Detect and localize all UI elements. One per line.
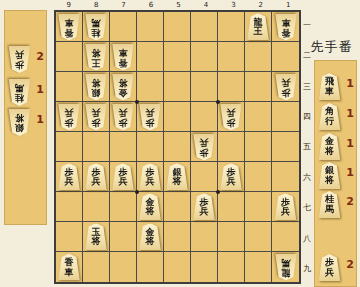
piece-face: 角行: [318, 103, 341, 130]
square-4四[interactable]: [191, 102, 218, 132]
shogi-board: 香車桂馬龍王香車王将香車銀将金将歩兵歩兵歩兵歩兵歩兵歩兵歩兵歩兵歩兵歩兵歩兵銀将…: [54, 10, 301, 284]
square-3四[interactable]: 歩兵: [218, 102, 245, 132]
rank-label-八: 八: [301, 223, 313, 253]
piece-sente-銀将[interactable]: 銀将: [166, 163, 189, 190]
sente-captured-pieces-stand: 飛車1角行1金将1銀将1桂馬2歩兵2: [314, 60, 357, 287]
square-5六[interactable]: 銀将: [164, 162, 191, 192]
rank-label-三: 三: [301, 71, 313, 101]
square-7四[interactable]: 歩兵: [110, 102, 137, 132]
piece-gote-香車[interactable]: 香車: [274, 13, 297, 40]
piece-face: 銀将: [85, 73, 108, 100]
shogi-app-window: 歩兵2桂馬1銀将1 先手番 飛車1角行1金将1銀将1桂馬2歩兵2 9876543…: [0, 0, 360, 287]
piece-sente-銀将[interactable]: 銀将: [318, 162, 341, 189]
hand-count: 1: [36, 84, 44, 95]
piece-sente-歩兵[interactable]: 歩兵: [274, 193, 297, 220]
square-3六[interactable]: 歩兵: [218, 162, 245, 192]
piece-gote-金将[interactable]: 金将: [112, 73, 135, 100]
square-6四[interactable]: 歩兵: [137, 102, 164, 132]
square-6六[interactable]: 歩兵: [137, 162, 164, 192]
board-star-point: [216, 190, 220, 194]
piece-gote-桂馬[interactable]: 桂馬: [8, 79, 31, 106]
file-label-1: 1: [275, 0, 302, 10]
square-5四[interactable]: [164, 102, 191, 132]
piece-face: 香車: [58, 254, 81, 281]
piece-gote-桂馬[interactable]: 桂馬: [85, 13, 108, 40]
square-6一[interactable]: [137, 12, 164, 42]
piece-face: 香車: [274, 13, 297, 40]
square-5五[interactable]: [164, 132, 191, 162]
square-9九[interactable]: 香車: [56, 252, 83, 282]
piece-sente-香車[interactable]: 香車: [58, 254, 81, 281]
square-6九[interactable]: [137, 252, 164, 282]
square-2七[interactable]: [245, 192, 272, 222]
square-3二[interactable]: [218, 42, 245, 72]
piece-face: 歩兵: [139, 163, 162, 190]
piece-gote-歩兵[interactable]: 歩兵: [8, 46, 31, 73]
piece-face: 歩兵: [193, 193, 216, 220]
square-1四[interactable]: [272, 102, 299, 132]
file-coordinate-labels: 987654321: [55, 0, 302, 10]
square-2六[interactable]: [245, 162, 272, 192]
square-7一[interactable]: [110, 12, 137, 42]
file-label-5: 5: [165, 0, 192, 10]
piece-face: 香車: [58, 13, 81, 40]
square-7八[interactable]: [110, 222, 137, 252]
square-5二[interactable]: [164, 42, 191, 72]
piece-gote-香車[interactable]: 香車: [58, 13, 81, 40]
square-5八[interactable]: [164, 222, 191, 252]
square-9一[interactable]: 香車: [56, 12, 83, 42]
piece-sente-飛車[interactable]: 飛車: [318, 73, 341, 100]
piece-gote-歩兵[interactable]: 歩兵: [220, 103, 243, 130]
square-7五[interactable]: [110, 132, 137, 162]
piece-gote-歩兵[interactable]: 歩兵: [58, 103, 81, 130]
square-9五[interactable]: [56, 132, 83, 162]
piece-sente-桂馬[interactable]: 桂馬: [318, 191, 341, 218]
square-1五[interactable]: [272, 132, 299, 162]
square-8八[interactable]: 玉将: [83, 222, 110, 252]
piece-face: 歩兵: [220, 163, 243, 190]
square-7二[interactable]: 香車: [110, 42, 137, 72]
square-2二[interactable]: [245, 42, 272, 72]
rank-label-二: 二: [301, 40, 313, 70]
rank-label-一: 一: [301, 10, 313, 40]
piece-gote-歩兵[interactable]: 歩兵: [274, 73, 297, 100]
square-8三[interactable]: 銀将: [83, 72, 110, 102]
square-4一[interactable]: [191, 12, 218, 42]
sente-hand-金将[interactable]: 金将1: [314, 132, 357, 160]
square-9三[interactable]: [56, 72, 83, 102]
square-8一[interactable]: 桂馬: [83, 12, 110, 42]
hand-count: 1: [346, 138, 354, 149]
piece-face: 歩兵: [58, 103, 81, 130]
piece-face: 桂馬: [85, 13, 108, 40]
hand-count: 2: [346, 259, 354, 270]
file-label-7: 7: [110, 0, 137, 10]
hand-count: 2: [36, 51, 44, 62]
square-3一[interactable]: [218, 12, 245, 42]
square-9七[interactable]: [56, 192, 83, 222]
piece-face: 金将: [139, 223, 162, 250]
sente-hand-角行[interactable]: 角行1: [314, 102, 357, 130]
square-3五[interactable]: [218, 132, 245, 162]
piece-sente-歩兵[interactable]: 歩兵: [220, 163, 243, 190]
rank-label-六: 六: [301, 162, 313, 192]
square-9四[interactable]: 歩兵: [56, 102, 83, 132]
piece-gote-王将[interactable]: 王将: [85, 43, 108, 70]
piece-face: 金将: [318, 133, 341, 160]
sente-hand-歩兵[interactable]: 歩兵2: [314, 253, 357, 281]
board-star-point: [135, 100, 139, 104]
square-8七[interactable]: [83, 192, 110, 222]
piece-face: 歩兵: [139, 103, 162, 130]
board-star-point: [135, 190, 139, 194]
square-1三[interactable]: 歩兵: [272, 72, 299, 102]
piece-sente-金将[interactable]: 金将: [318, 133, 341, 160]
piece-face: 玉将: [85, 223, 108, 250]
piece-face: 歩兵: [193, 133, 216, 160]
square-2九[interactable]: [245, 252, 272, 282]
piece-face: 銀将: [318, 162, 341, 189]
piece-face: 金将: [112, 73, 135, 100]
piece-gote-歩兵[interactable]: 歩兵: [112, 103, 135, 130]
file-label-2: 2: [247, 0, 274, 10]
piece-face: 歩兵: [8, 46, 31, 73]
square-2三[interactable]: [245, 72, 272, 102]
piece-face: 銀将: [166, 163, 189, 190]
square-6七[interactable]: 金将: [137, 192, 164, 222]
square-2一[interactable]: 龍王: [245, 12, 272, 42]
file-label-9: 9: [55, 0, 82, 10]
square-9二[interactable]: [56, 42, 83, 72]
piece-sente-歩兵[interactable]: 歩兵: [139, 163, 162, 190]
gote-hand-桂馬[interactable]: 桂馬1: [4, 78, 47, 106]
square-1八[interactable]: [272, 222, 299, 252]
piece-face: 歩兵: [274, 193, 297, 220]
piece-face: 王将: [85, 43, 108, 70]
square-8九[interactable]: [83, 252, 110, 282]
piece-gote-銀将[interactable]: 銀将: [85, 73, 108, 100]
piece-gote-香車[interactable]: 香車: [112, 43, 135, 70]
square-5三[interactable]: [164, 72, 191, 102]
square-3八[interactable]: [218, 222, 245, 252]
piece-face: 飛車: [318, 73, 341, 100]
square-2四[interactable]: [245, 102, 272, 132]
board-star-point: [216, 100, 220, 104]
piece-face: 桂馬: [8, 79, 31, 106]
square-2八[interactable]: [245, 222, 272, 252]
rank-label-七: 七: [301, 193, 313, 223]
hand-count: 1: [346, 167, 354, 178]
piece-face: 歩兵: [112, 103, 135, 130]
square-7九[interactable]: [110, 252, 137, 282]
square-4六[interactable]: [191, 162, 218, 192]
hand-count: 2: [346, 196, 354, 207]
square-6五[interactable]: [137, 132, 164, 162]
square-6八[interactable]: 金将: [137, 222, 164, 252]
piece-sente-歩兵[interactable]: 歩兵: [193, 193, 216, 220]
hand-count: 1: [36, 114, 44, 125]
sente-hand-銀将[interactable]: 銀将1: [314, 161, 357, 189]
square-9六[interactable]: 歩兵: [56, 162, 83, 192]
square-8二[interactable]: 王将: [83, 42, 110, 72]
rank-label-五: 五: [301, 132, 313, 162]
square-6二[interactable]: [137, 42, 164, 72]
piece-face: 歩兵: [274, 73, 297, 100]
piece-gote-銀将[interactable]: 銀将: [8, 109, 31, 136]
piece-face: 歩兵: [112, 163, 135, 190]
square-3七[interactable]: [218, 192, 245, 222]
square-4二[interactable]: [191, 42, 218, 72]
piece-sente-歩兵[interactable]: 歩兵: [112, 163, 135, 190]
file-label-3: 3: [220, 0, 247, 10]
square-1九[interactable]: 龍馬: [272, 252, 299, 282]
square-7七[interactable]: [110, 192, 137, 222]
piece-face: 歩兵: [58, 163, 81, 190]
square-8四[interactable]: 歩兵: [83, 102, 110, 132]
rank-label-九: 九: [301, 254, 313, 284]
square-4七[interactable]: 歩兵: [191, 192, 218, 222]
piece-sente-歩兵[interactable]: 歩兵: [58, 163, 81, 190]
square-1六[interactable]: [272, 162, 299, 192]
piece-sente-歩兵[interactable]: 歩兵: [318, 254, 341, 281]
square-2五[interactable]: [245, 132, 272, 162]
square-5七[interactable]: [164, 192, 191, 222]
file-label-8: 8: [82, 0, 109, 10]
piece-face: 歩兵: [85, 163, 108, 190]
file-label-6: 6: [137, 0, 164, 10]
square-1二[interactable]: [272, 42, 299, 72]
gote-hand-歩兵[interactable]: 歩兵2: [4, 45, 47, 73]
piece-gote-歩兵[interactable]: 歩兵: [85, 103, 108, 130]
square-4九[interactable]: [191, 252, 218, 282]
hand-count: 1: [346, 108, 354, 119]
piece-gote-歩兵[interactable]: 歩兵: [193, 133, 216, 160]
square-7六[interactable]: 歩兵: [110, 162, 137, 192]
square-3三[interactable]: [218, 72, 245, 102]
piece-gote-龍馬[interactable]: 龍馬: [274, 254, 297, 281]
piece-face: 歩兵: [318, 254, 341, 281]
hand-count: 1: [346, 78, 354, 89]
gote-captured-pieces-stand: 歩兵2桂馬1銀将1: [4, 10, 47, 225]
rank-label-四: 四: [301, 101, 313, 131]
square-3九[interactable]: [218, 252, 245, 282]
piece-sente-金将[interactable]: 金将: [139, 223, 162, 250]
piece-face: 銀将: [8, 109, 31, 136]
square-9八[interactable]: [56, 222, 83, 252]
file-label-4: 4: [192, 0, 219, 10]
gote-hand-銀将[interactable]: 銀将1: [4, 108, 47, 136]
square-4八[interactable]: [191, 222, 218, 252]
piece-sente-龍王[interactable]: 龍王: [247, 13, 270, 40]
piece-face: 香車: [112, 43, 135, 70]
piece-face: 金将: [139, 193, 162, 220]
piece-face: 桂馬: [318, 191, 341, 218]
square-4五[interactable]: 歩兵: [191, 132, 218, 162]
piece-sente-歩兵[interactable]: 歩兵: [85, 163, 108, 190]
sente-hand-桂馬[interactable]: 桂馬2: [314, 190, 357, 218]
sente-hand-飛車[interactable]: 飛車1: [314, 72, 357, 100]
square-5九[interactable]: [164, 252, 191, 282]
piece-gote-歩兵[interactable]: 歩兵: [139, 103, 162, 130]
square-1七[interactable]: 歩兵: [272, 192, 299, 222]
square-1一[interactable]: 香車: [272, 12, 299, 42]
piece-sente-角行[interactable]: 角行: [318, 103, 341, 130]
piece-sente-玉将[interactable]: 玉将: [85, 223, 108, 250]
rank-coordinate-labels: 一二三四五六七八九: [301, 10, 313, 284]
square-7三[interactable]: 金将: [110, 72, 137, 102]
piece-face: 龍王: [247, 13, 270, 40]
square-5一[interactable]: [164, 12, 191, 42]
square-4三[interactable]: [191, 72, 218, 102]
square-8五[interactable]: [83, 132, 110, 162]
piece-face: 龍馬: [274, 254, 297, 281]
piece-sente-金将[interactable]: 金将: [139, 193, 162, 220]
piece-face: 歩兵: [220, 103, 243, 130]
square-8六[interactable]: 歩兵: [83, 162, 110, 192]
square-6三[interactable]: [137, 72, 164, 102]
piece-face: 歩兵: [85, 103, 108, 130]
